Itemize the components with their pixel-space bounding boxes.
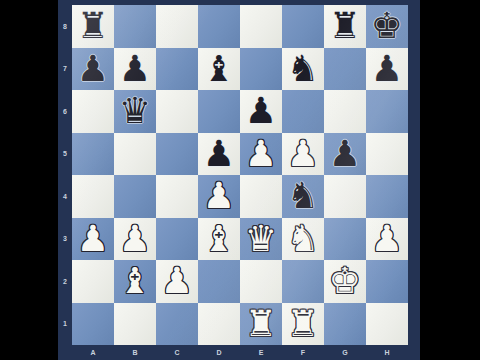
white-pawn: ♟ — [77, 218, 109, 260]
rank-label-3: 3 — [58, 218, 72, 261]
square-b4 — [114, 175, 156, 218]
square-a7: ♟ — [72, 48, 114, 91]
black-rook: ♜ — [77, 5, 109, 47]
file-labels: ABCDEFGH — [72, 345, 408, 360]
square-e4 — [240, 175, 282, 218]
rank-labels: 87654321 — [58, 5, 72, 345]
square-h5 — [366, 133, 408, 176]
square-h6 — [366, 90, 408, 133]
black-knight: ♞ — [287, 48, 319, 90]
square-f1: ♜ — [282, 303, 324, 346]
square-a8: ♜ — [72, 5, 114, 48]
rank-label-7: 7 — [58, 48, 72, 91]
square-a2 — [72, 260, 114, 303]
square-h4 — [366, 175, 408, 218]
file-label-a: A — [72, 345, 114, 360]
video-frame: 87654321 ♜♜♚♟♟♝♞♟♛♟♟♟♟♟♟♞♟♟♝♛♞♟♝♟♚♜♜ ABC… — [0, 0, 480, 360]
square-g1 — [324, 303, 366, 346]
square-c5 — [156, 133, 198, 176]
rank-label-4: 4 — [58, 175, 72, 218]
square-b8 — [114, 5, 156, 48]
black-king: ♚ — [371, 5, 403, 47]
square-h8: ♚ — [366, 5, 408, 48]
square-c3 — [156, 218, 198, 261]
square-g5: ♟ — [324, 133, 366, 176]
white-bishop: ♝ — [203, 218, 235, 260]
square-g3 — [324, 218, 366, 261]
rank-label-1: 1 — [58, 303, 72, 346]
square-a3: ♟ — [72, 218, 114, 261]
file-label-g: G — [324, 345, 366, 360]
square-h7: ♟ — [366, 48, 408, 91]
square-c8 — [156, 5, 198, 48]
square-e6: ♟ — [240, 90, 282, 133]
square-d8 — [198, 5, 240, 48]
black-pawn: ♟ — [77, 48, 109, 90]
square-f7: ♞ — [282, 48, 324, 91]
square-d7: ♝ — [198, 48, 240, 91]
black-pawn: ♟ — [119, 48, 151, 90]
square-d2 — [198, 260, 240, 303]
square-e8 — [240, 5, 282, 48]
rank-label-6: 6 — [58, 90, 72, 133]
file-label-b: B — [114, 345, 156, 360]
square-h1 — [366, 303, 408, 346]
square-a1 — [72, 303, 114, 346]
white-knight: ♞ — [287, 218, 319, 260]
file-label-d: D — [198, 345, 240, 360]
black-pawn: ♟ — [203, 133, 235, 175]
black-knight: ♞ — [287, 175, 319, 217]
square-c2: ♟ — [156, 260, 198, 303]
square-d4: ♟ — [198, 175, 240, 218]
square-g6 — [324, 90, 366, 133]
square-f4: ♞ — [282, 175, 324, 218]
chessboard: ♜♜♚♟♟♝♞♟♛♟♟♟♟♟♟♞♟♟♝♛♞♟♝♟♚♜♜ — [72, 5, 408, 345]
square-b6: ♛ — [114, 90, 156, 133]
white-pawn: ♟ — [119, 218, 151, 260]
square-g4 — [324, 175, 366, 218]
black-pawn: ♟ — [245, 90, 277, 132]
square-a5 — [72, 133, 114, 176]
square-e7 — [240, 48, 282, 91]
square-e1: ♜ — [240, 303, 282, 346]
black-queen: ♛ — [119, 90, 151, 132]
square-g7 — [324, 48, 366, 91]
square-b7: ♟ — [114, 48, 156, 91]
square-e2 — [240, 260, 282, 303]
rank-label-2: 2 — [58, 260, 72, 303]
file-label-h: H — [366, 345, 408, 360]
square-c4 — [156, 175, 198, 218]
black-pawn: ♟ — [329, 133, 361, 175]
square-b2: ♝ — [114, 260, 156, 303]
white-pawn: ♟ — [245, 133, 277, 175]
white-rook: ♜ — [245, 303, 277, 345]
square-d5: ♟ — [198, 133, 240, 176]
black-bishop: ♝ — [203, 48, 235, 90]
square-f2 — [282, 260, 324, 303]
white-bishop: ♝ — [119, 260, 151, 302]
black-rook: ♜ — [329, 5, 361, 47]
square-c7 — [156, 48, 198, 91]
rank-label-8: 8 — [58, 5, 72, 48]
square-d1 — [198, 303, 240, 346]
square-f5: ♟ — [282, 133, 324, 176]
file-label-f: F — [282, 345, 324, 360]
square-d3: ♝ — [198, 218, 240, 261]
white-pawn: ♟ — [161, 260, 193, 302]
square-h3: ♟ — [366, 218, 408, 261]
square-c6 — [156, 90, 198, 133]
white-queen: ♛ — [245, 218, 277, 260]
square-e5: ♟ — [240, 133, 282, 176]
square-a4 — [72, 175, 114, 218]
square-b1 — [114, 303, 156, 346]
white-pawn: ♟ — [371, 218, 403, 260]
square-d6 — [198, 90, 240, 133]
white-pawn: ♟ — [203, 175, 235, 217]
square-b3: ♟ — [114, 218, 156, 261]
square-a6 — [72, 90, 114, 133]
square-g2: ♚ — [324, 260, 366, 303]
file-label-c: C — [156, 345, 198, 360]
white-rook: ♜ — [287, 303, 319, 345]
chessboard-frame: 87654321 ♜♜♚♟♟♝♞♟♛♟♟♟♟♟♟♞♟♟♝♛♞♟♝♟♚♜♜ ABC… — [58, 0, 420, 360]
white-king: ♚ — [329, 260, 361, 302]
white-pawn: ♟ — [287, 133, 319, 175]
square-f3: ♞ — [282, 218, 324, 261]
square-f6 — [282, 90, 324, 133]
file-label-e: E — [240, 345, 282, 360]
square-b5 — [114, 133, 156, 176]
square-c1 — [156, 303, 198, 346]
rank-label-5: 5 — [58, 133, 72, 176]
square-g8: ♜ — [324, 5, 366, 48]
square-f8 — [282, 5, 324, 48]
square-h2 — [366, 260, 408, 303]
black-pawn: ♟ — [371, 48, 403, 90]
square-e3: ♛ — [240, 218, 282, 261]
